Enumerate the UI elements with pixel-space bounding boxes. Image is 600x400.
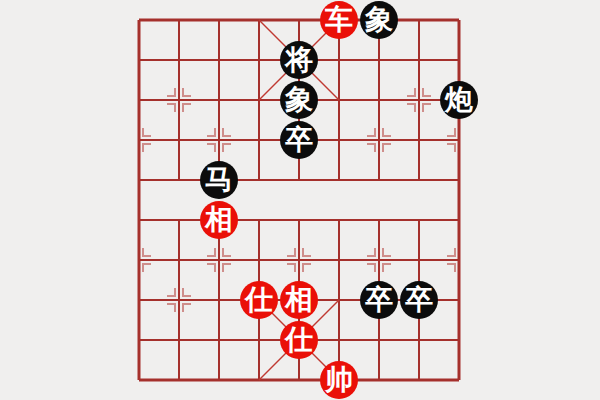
board-point-4-8: 仕 <box>279 320 319 360</box>
piece-black-elephant-2[interactable]: 象 <box>280 81 318 119</box>
piece-black-cannon[interactable]: 炮 <box>440 81 478 119</box>
board-point-4-3: 卒 <box>279 120 319 160</box>
piece-red-general[interactable]: 帅 <box>320 361 358 399</box>
piece-layer: 车象将象炮卒马相仕相卒卒仕帅 <box>119 0 479 400</box>
board-point-5-9: 帅 <box>319 360 359 400</box>
board-point-4-7: 相 <box>279 280 319 320</box>
board-point-4-2: 象 <box>279 80 319 120</box>
board-point-6-0: 象 <box>359 0 399 40</box>
piece-red-chariot[interactable]: 车 <box>320 1 358 39</box>
board-point-2-4: 马 <box>199 160 239 200</box>
xiangqi-board: 车象将象炮卒马相仕相卒卒仕帅 <box>0 0 600 400</box>
piece-red-advisor-1[interactable]: 仕 <box>240 281 278 319</box>
board-point-2-5: 相 <box>199 200 239 240</box>
board-point-4-1: 将 <box>279 40 319 80</box>
piece-black-elephant-1[interactable]: 象 <box>360 1 398 39</box>
piece-red-elephant-1[interactable]: 相 <box>200 201 238 239</box>
piece-black-horse[interactable]: 马 <box>200 161 238 199</box>
piece-black-soldier-3[interactable]: 卒 <box>400 281 438 319</box>
board-point-6-7: 卒 <box>359 280 399 320</box>
piece-black-general[interactable]: 将 <box>280 41 318 79</box>
piece-black-soldier-2[interactable]: 卒 <box>360 281 398 319</box>
piece-red-elephant-2[interactable]: 相 <box>280 281 318 319</box>
board-point-8-2: 炮 <box>439 80 479 120</box>
board-point-5-0: 车 <box>319 0 359 40</box>
board-point-7-7: 卒 <box>399 280 439 320</box>
piece-black-soldier-1[interactable]: 卒 <box>280 121 318 159</box>
board-point-3-7: 仕 <box>239 280 279 320</box>
piece-red-advisor-2[interactable]: 仕 <box>280 321 318 359</box>
